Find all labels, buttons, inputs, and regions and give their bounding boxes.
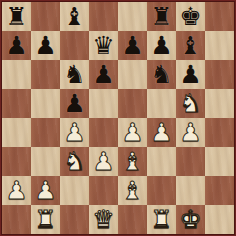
square-a4[interactable] [2, 118, 31, 147]
square-b7[interactable]: ♟ [31, 31, 60, 60]
square-c6[interactable]: ♞ [60, 60, 89, 89]
square-a2[interactable]: ♟ [2, 176, 31, 205]
square-e6[interactable] [118, 60, 147, 89]
square-d5[interactable] [89, 89, 118, 118]
piece-white-pawn-a2[interactable]: ♟ [2, 176, 31, 205]
square-f4[interactable]: ♟ [147, 118, 176, 147]
square-d1[interactable]: ♛ [89, 205, 118, 234]
square-e3[interactable]: ♝ [118, 147, 147, 176]
square-h6[interactable] [205, 60, 234, 89]
square-c3[interactable]: ♞ [60, 147, 89, 176]
square-d3[interactable]: ♟ [89, 147, 118, 176]
piece-black-pawn-d6[interactable]: ♟ [89, 60, 118, 89]
square-f5[interactable] [147, 89, 176, 118]
piece-white-pawn-e4[interactable]: ♟ [118, 118, 147, 147]
square-g5[interactable]: ♞ [176, 89, 205, 118]
square-b4[interactable] [31, 118, 60, 147]
square-h5[interactable] [205, 89, 234, 118]
square-a8[interactable]: ♜ [2, 2, 31, 31]
square-e2[interactable]: ♝ [118, 176, 147, 205]
square-c8[interactable]: ♝ [60, 2, 89, 31]
piece-black-rook-f8[interactable]: ♜ [147, 2, 176, 31]
square-g3[interactable] [176, 147, 205, 176]
piece-white-pawn-g4[interactable]: ♟ [176, 118, 205, 147]
square-a7[interactable]: ♟ [2, 31, 31, 60]
chess-board: ♜♝♜♚♟♟♛♟♟♝♞♟♞♟♟♞♟♟♟♟♞♟♝♟♟♝♜♛♜♚ [2, 2, 234, 234]
piece-white-knight-c3[interactable]: ♞ [60, 147, 89, 176]
square-g4[interactable]: ♟ [176, 118, 205, 147]
square-c4[interactable]: ♟ [60, 118, 89, 147]
square-f1[interactable]: ♜ [147, 205, 176, 234]
square-f8[interactable]: ♜ [147, 2, 176, 31]
piece-black-pawn-c5[interactable]: ♟ [60, 89, 89, 118]
piece-black-pawn-g6[interactable]: ♟ [176, 60, 205, 89]
square-d7[interactable]: ♛ [89, 31, 118, 60]
square-h4[interactable] [205, 118, 234, 147]
square-f3[interactable] [147, 147, 176, 176]
piece-black-king-g8[interactable]: ♚ [176, 2, 205, 31]
square-c1[interactable] [60, 205, 89, 234]
piece-white-rook-f1[interactable]: ♜ [147, 205, 176, 234]
square-a6[interactable] [2, 60, 31, 89]
square-a3[interactable] [2, 147, 31, 176]
square-a5[interactable] [2, 89, 31, 118]
square-h8[interactable] [205, 2, 234, 31]
square-g2[interactable] [176, 176, 205, 205]
square-g7[interactable]: ♝ [176, 31, 205, 60]
square-g8[interactable]: ♚ [176, 2, 205, 31]
piece-black-bishop-c8[interactable]: ♝ [60, 2, 89, 31]
piece-white-bishop-e3[interactable]: ♝ [118, 147, 147, 176]
piece-black-pawn-e7[interactable]: ♟ [118, 31, 147, 60]
square-c5[interactable]: ♟ [60, 89, 89, 118]
piece-white-knight-g5[interactable]: ♞ [176, 89, 205, 118]
square-h7[interactable] [205, 31, 234, 60]
square-h2[interactable] [205, 176, 234, 205]
square-e8[interactable] [118, 2, 147, 31]
piece-white-pawn-d3[interactable]: ♟ [89, 147, 118, 176]
square-d8[interactable] [89, 2, 118, 31]
piece-black-knight-f6[interactable]: ♞ [147, 60, 176, 89]
square-b6[interactable] [31, 60, 60, 89]
piece-white-rook-b1[interactable]: ♜ [31, 205, 60, 234]
square-b2[interactable]: ♟ [31, 176, 60, 205]
square-c7[interactable] [60, 31, 89, 60]
square-e7[interactable]: ♟ [118, 31, 147, 60]
piece-white-pawn-b2[interactable]: ♟ [31, 176, 60, 205]
piece-white-queen-d1[interactable]: ♛ [89, 205, 118, 234]
square-e1[interactable] [118, 205, 147, 234]
square-a1[interactable] [2, 205, 31, 234]
piece-black-queen-d7[interactable]: ♛ [89, 31, 118, 60]
piece-black-pawn-a7[interactable]: ♟ [2, 31, 31, 60]
piece-white-pawn-f4[interactable]: ♟ [147, 118, 176, 147]
square-h1[interactable] [205, 205, 234, 234]
square-e4[interactable]: ♟ [118, 118, 147, 147]
square-d2[interactable] [89, 176, 118, 205]
piece-black-pawn-f7[interactable]: ♟ [147, 31, 176, 60]
piece-white-pawn-c4[interactable]: ♟ [60, 118, 89, 147]
piece-black-knight-c6[interactable]: ♞ [60, 60, 89, 89]
piece-black-bishop-g7[interactable]: ♝ [176, 31, 205, 60]
piece-black-pawn-b7[interactable]: ♟ [31, 31, 60, 60]
square-g6[interactable]: ♟ [176, 60, 205, 89]
chess-board-frame: ♜♝♜♚♟♟♛♟♟♝♞♟♞♟♟♞♟♟♟♟♞♟♝♟♟♝♜♛♜♚ [0, 0, 236, 236]
piece-black-rook-a8[interactable]: ♜ [2, 2, 31, 31]
square-g1[interactable]: ♚ [176, 205, 205, 234]
square-d4[interactable] [89, 118, 118, 147]
piece-white-bishop-e2[interactable]: ♝ [118, 176, 147, 205]
square-b8[interactable] [31, 2, 60, 31]
square-c2[interactable] [60, 176, 89, 205]
square-f7[interactable]: ♟ [147, 31, 176, 60]
square-b1[interactable]: ♜ [31, 205, 60, 234]
square-b5[interactable] [31, 89, 60, 118]
square-f2[interactable] [147, 176, 176, 205]
square-d6[interactable]: ♟ [89, 60, 118, 89]
piece-white-king-g1[interactable]: ♚ [176, 205, 205, 234]
square-f6[interactable]: ♞ [147, 60, 176, 89]
square-b3[interactable] [31, 147, 60, 176]
square-e5[interactable] [118, 89, 147, 118]
square-h3[interactable] [205, 147, 234, 176]
